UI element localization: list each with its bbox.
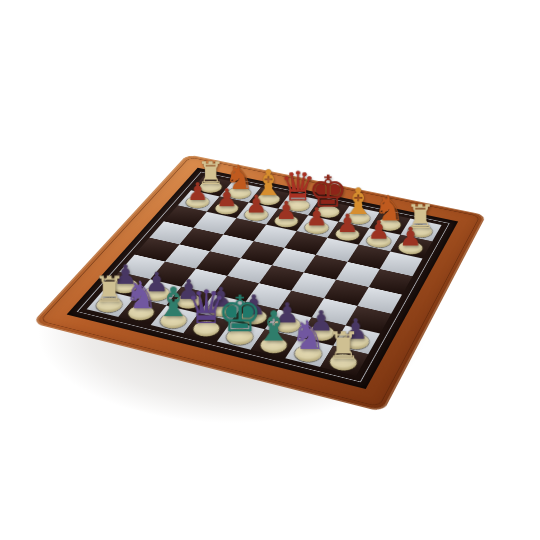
chess-grid: ♜♞♝♛♚♝♞♜♟♟♟♟♟♟♟♟♟♟♟♟♟♟♟♟♜♞♝♛♚♝♞♜ bbox=[87, 176, 442, 376]
photo-backdrop: ♜♞♝♛♚♝♞♜♟♟♟♟♟♟♟♟♟♟♟♟♟♟♟♟♜♞♝♛♚♝♞♜ bbox=[0, 0, 540, 540]
square-h8[interactable]: ♜ bbox=[320, 346, 368, 376]
